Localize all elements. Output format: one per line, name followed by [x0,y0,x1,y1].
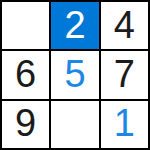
cell-r3c2[interactable] [51,101,98,148]
cell-value: 2 [64,6,85,46]
cell-r1c1[interactable] [2,2,49,49]
cell-r3c3[interactable]: 1 [101,101,148,148]
cell-value: 5 [64,55,85,95]
cell-value: 6 [15,55,36,95]
sudoku-board: 2 4 6 5 7 9 1 [0,0,150,150]
cell-value: 7 [114,55,135,95]
cell-value: 1 [114,104,135,144]
cell-value: 9 [15,104,36,144]
cell-r2c3[interactable]: 7 [101,51,148,98]
cell-value: 4 [114,6,135,46]
cell-r1c3[interactable]: 4 [101,2,148,49]
cell-r3c1[interactable]: 9 [2,101,49,148]
cell-r1c2[interactable]: 2 [51,2,98,49]
cell-r2c2[interactable]: 5 [51,51,98,98]
cell-r2c1[interactable]: 6 [2,51,49,98]
